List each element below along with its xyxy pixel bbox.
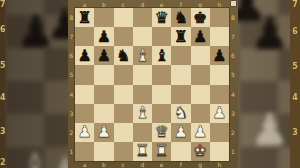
square-d1[interactable]: ♜: [133, 142, 152, 161]
square-h1[interactable]: [210, 142, 229, 161]
square-a3[interactable]: [75, 104, 94, 123]
backdrop-rank-label: 5: [0, 61, 5, 70]
black-pawn-b6: ♟: [97, 48, 111, 64]
backdrop-rank-label: 4: [290, 93, 300, 102]
file-label-d: d: [133, 0, 152, 8]
rank-label-8: 8: [68, 8, 75, 27]
square-b6[interactable]: ♟: [94, 46, 113, 65]
rank-labels-right: 87654321: [228, 8, 238, 161]
black-queen-e8: ♛: [154, 10, 168, 26]
square-g6[interactable]: [191, 46, 210, 65]
square-a2[interactable]: ♟: [75, 123, 94, 142]
square-f8[interactable]: ♞: [171, 8, 190, 27]
file-label-e: e: [152, 161, 171, 168]
square-g3[interactable]: [191, 104, 210, 123]
square-b2[interactable]: ♟: [94, 123, 113, 142]
file-label-a: a: [75, 161, 94, 168]
square-a5[interactable]: [75, 65, 94, 84]
square-c3[interactable]: [114, 104, 133, 123]
rank-label-2: 2: [68, 123, 75, 142]
square-b3[interactable]: [94, 104, 113, 123]
square-e8[interactable]: ♛: [152, 8, 171, 27]
square-d5[interactable]: [133, 65, 152, 84]
rank-label-3: 3: [68, 104, 75, 123]
backdrop-right-coordinate-strip: 76543: [290, 0, 300, 168]
white-pawn-a2: ♟: [77, 124, 91, 140]
backdrop-left-coordinate-strip: 765432: [0, 0, 5, 168]
rank-label-7: 7: [68, 27, 75, 46]
square-c6[interactable]: ♞: [114, 46, 133, 65]
black-rook-f7: ♜: [174, 29, 188, 45]
file-label-g: g: [191, 161, 210, 168]
backdrop-rank-label: 3: [290, 128, 300, 137]
file-label-c: c: [114, 161, 133, 168]
rank-label-4: 4: [228, 85, 238, 104]
white-king-cross-detail: [198, 144, 201, 147]
file-labels-bottom: abcdefgh: [75, 161, 229, 168]
black-pawn-g7: ♟: [193, 29, 207, 45]
rank-label-2: 2: [228, 123, 238, 142]
square-f7[interactable]: ♜: [171, 27, 190, 46]
square-d8[interactable]: [133, 8, 152, 27]
file-labels-top: abcdefgh: [75, 0, 229, 8]
square-d6[interactable]: ♝: [133, 46, 152, 65]
square-e7[interactable]: [152, 27, 171, 46]
square-g4[interactable]: [191, 85, 210, 104]
white-queen-e2: ♛: [154, 124, 168, 140]
square-d3[interactable]: ♝: [133, 104, 152, 123]
square-e5[interactable]: [152, 65, 171, 84]
white-rook-e1: ♜: [154, 143, 168, 159]
file-label-g: g: [191, 0, 210, 8]
white-bishop-d3: ♝: [135, 105, 149, 121]
file-label-c: c: [114, 0, 133, 8]
rank-label-6: 6: [228, 46, 238, 65]
square-d2[interactable]: [133, 123, 152, 142]
square-a6[interactable]: ♟: [75, 46, 94, 65]
square-c8[interactable]: [114, 8, 133, 27]
rank-label-5: 5: [228, 65, 238, 84]
square-h2[interactable]: [210, 123, 229, 142]
backdrop-rank-label: 4: [0, 93, 5, 102]
side-to-move-indicator: [231, 1, 236, 6]
file-label-d: d: [133, 161, 152, 168]
square-e2[interactable]: ♛: [152, 123, 171, 142]
square-c2[interactable]: [114, 123, 133, 142]
backdrop-rank-label: 5: [290, 62, 300, 71]
square-b5[interactable]: [94, 65, 113, 84]
square-c5[interactable]: [114, 65, 133, 84]
square-b8[interactable]: [94, 8, 113, 27]
rank-label-5: 5: [68, 65, 75, 84]
backdrop-rank-label: 3: [0, 127, 5, 136]
rank-label-6: 6: [68, 46, 75, 65]
square-d7[interactable]: [133, 27, 152, 46]
square-e3[interactable]: [152, 104, 171, 123]
square-c4[interactable]: [114, 85, 133, 104]
square-f2[interactable]: ♟: [171, 123, 190, 142]
square-g2[interactable]: ♟: [191, 123, 210, 142]
square-g8[interactable]: ♚: [191, 8, 210, 27]
square-f6[interactable]: [171, 46, 190, 65]
square-f4[interactable]: [171, 85, 190, 104]
file-label-f: f: [171, 161, 190, 168]
square-h7[interactable]: [210, 27, 229, 46]
backdrop-rank-label: 2: [0, 158, 5, 167]
black-knight-c6: ♞: [116, 48, 130, 64]
white-pawn-g2: ♟: [193, 124, 207, 140]
chess-thumbnail-scene: ♟♟♝♟♟♟♟ 765432 76543 abcdefgh abcdefgh 8…: [0, 0, 300, 168]
square-a8[interactable]: ♜: [75, 8, 94, 27]
black-bishop-e6: ♝: [154, 48, 168, 64]
square-g7[interactable]: ♟: [191, 27, 210, 46]
rank-label-7: 7: [228, 27, 238, 46]
black-pawn-b7: ♟: [97, 29, 111, 45]
white-pawn-b2: ♟: [97, 124, 111, 140]
black-king-g8: ♚: [193, 10, 207, 26]
backdrop-rank-label: 7: [290, 0, 300, 9]
backdrop-rank-label: 7: [0, 0, 5, 9]
square-g5[interactable]: [191, 65, 210, 84]
black-knight-f8: ♞: [174, 10, 188, 26]
rank-label-1: 1: [68, 142, 75, 161]
rank-label-4: 4: [68, 85, 75, 104]
black-rook-a8: ♜: [77, 10, 91, 26]
square-c7[interactable]: [114, 27, 133, 46]
square-h3[interactable]: ♟: [210, 104, 229, 123]
file-label-h: h: [210, 161, 229, 168]
file-label-e: e: [152, 0, 171, 8]
square-b4[interactable]: [94, 85, 113, 104]
square-f1[interactable]: [171, 142, 190, 161]
square-e1[interactable]: ♜: [152, 142, 171, 161]
square-h8[interactable]: [210, 8, 229, 27]
square-b7[interactable]: ♟: [94, 27, 113, 46]
file-label-a: a: [75, 0, 94, 8]
square-a1[interactable]: [75, 142, 94, 161]
square-c1[interactable]: [114, 142, 133, 161]
file-label-b: b: [94, 161, 113, 168]
rank-label-1: 1: [228, 142, 238, 161]
backdrop-rank-label: 6: [290, 27, 300, 36]
file-label-f: f: [171, 0, 190, 8]
white-pawn-f2: ♟: [174, 124, 188, 140]
rank-label-8: 8: [228, 8, 238, 27]
square-h6[interactable]: ♟: [210, 46, 229, 65]
square-f5[interactable]: [171, 65, 190, 84]
chess-board-frame: abcdefgh abcdefgh 87654321 87654321 ♜♛♞♚…: [68, 0, 238, 168]
board-grid: ♜♛♞♚♟♜♟♟♟♞♝♝♟♝♞♟♟♟♛♟♟♜♜♚: [75, 8, 229, 161]
square-d4[interactable]: [133, 85, 152, 104]
black-pawn-h6: ♟: [212, 48, 226, 64]
backdrop-rank-label: 6: [0, 25, 5, 34]
black-pawn-a6: ♟: [77, 48, 91, 64]
white-rook-d1: ♜: [135, 143, 149, 159]
square-e4[interactable]: [152, 85, 171, 104]
square-a4[interactable]: [75, 85, 94, 104]
white-knight-f3: ♞: [174, 105, 188, 121]
rank-label-3: 3: [228, 104, 238, 123]
file-label-b: b: [94, 0, 113, 8]
square-h4[interactable]: [210, 85, 229, 104]
square-h5[interactable]: [210, 65, 229, 84]
rank-labels-left: 87654321: [68, 8, 75, 161]
square-f3[interactable]: ♞: [171, 104, 190, 123]
white-pawn-h3: ♟: [212, 105, 226, 121]
square-a7[interactable]: [75, 27, 94, 46]
white-bishop-d6: ♝: [135, 48, 149, 64]
square-e6[interactable]: ♝: [152, 46, 171, 65]
square-b1[interactable]: [94, 142, 113, 161]
file-label-h: h: [210, 0, 229, 8]
